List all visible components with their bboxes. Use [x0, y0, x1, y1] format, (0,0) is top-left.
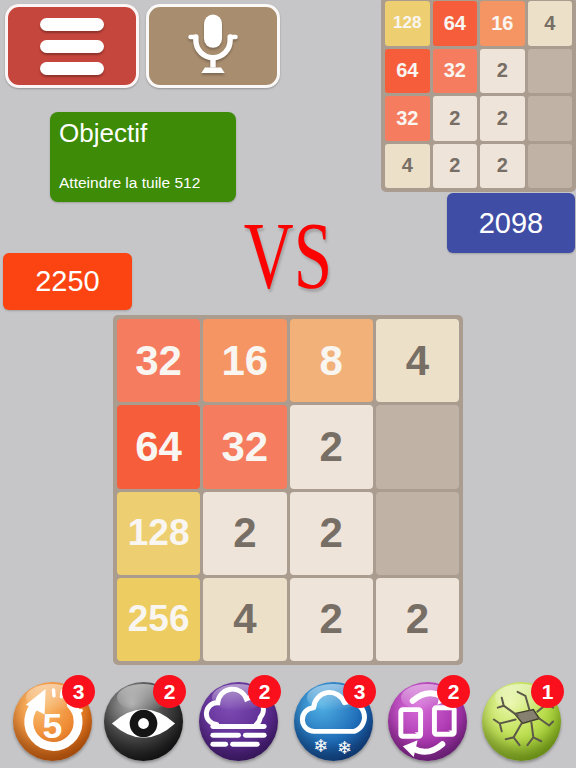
tile-empty	[376, 492, 459, 575]
tile-2: 2	[290, 405, 373, 488]
tile-empty	[528, 96, 573, 141]
vs-label: VS	[244, 208, 332, 304]
tile-256: 256	[117, 578, 200, 661]
powerup-swap-button[interactable]: 2	[388, 682, 467, 761]
tile-64: 64	[117, 405, 200, 488]
tile-empty	[376, 405, 459, 488]
tile-128: 128	[385, 1, 430, 46]
tile-32: 32	[385, 96, 430, 141]
powerup-rewind-5-button[interactable]: 5 3	[13, 682, 92, 761]
powerup-badge: 2	[248, 675, 281, 708]
opponent-board: 12864164643223222422	[381, 0, 576, 192]
tile-2: 2	[203, 492, 286, 575]
game-screen: 12864164643223222422 Objectif Atteindre …	[0, 0, 576, 768]
tile-8: 8	[290, 319, 373, 402]
hamburger-icon	[40, 62, 104, 75]
tile-32: 32	[433, 49, 478, 94]
tile-2: 2	[376, 578, 459, 661]
tile-32: 32	[203, 405, 286, 488]
rewind-count: 5	[43, 706, 63, 746]
tile-4: 4	[385, 144, 430, 189]
hamburger-icon	[40, 18, 104, 31]
tile-2: 2	[433, 144, 478, 189]
objective-title: Objectif	[59, 118, 228, 149]
tile-2: 2	[480, 144, 525, 189]
powerup-badge: 3	[343, 675, 376, 708]
powerup-badge: 3	[62, 675, 95, 708]
powerup-snow-button[interactable]: ❄ ❄ 3	[294, 682, 373, 761]
tile-2: 2	[480, 96, 525, 141]
menu-button[interactable]	[5, 4, 139, 88]
powerup-badge: 2	[437, 675, 470, 708]
tile-64: 64	[385, 49, 430, 94]
player-score-value: 2250	[35, 265, 100, 298]
objective-subtitle: Atteindre la tuile 512	[59, 174, 228, 192]
tile-2: 2	[433, 96, 478, 141]
powerup-badge: 1	[531, 675, 564, 708]
snowflake-icon: ❄	[313, 736, 328, 756]
tile-16: 16	[203, 319, 286, 402]
player-score: 2250	[3, 253, 132, 310]
tile-4: 4	[203, 578, 286, 661]
hamburger-icon	[40, 40, 104, 53]
powerup-badge: 2	[153, 675, 186, 708]
powerup-eye-button[interactable]: 2	[104, 682, 183, 761]
powerup-break-button[interactable]: 1	[482, 682, 561, 761]
opponent-score-value: 2098	[479, 207, 544, 240]
tile-64: 64	[433, 1, 478, 46]
objective-panel: Objectif Atteindre la tuile 512	[50, 112, 236, 202]
tile-empty	[528, 49, 573, 94]
tile-empty	[528, 144, 573, 189]
snowflake-icon: ❄	[337, 738, 352, 758]
tile-32: 32	[117, 319, 200, 402]
microphone-icon	[177, 10, 249, 82]
tile-4: 4	[376, 319, 459, 402]
tile-2: 2	[290, 578, 373, 661]
tile-2: 2	[480, 49, 525, 94]
player-board[interactable]: 3216846432212822256422	[113, 315, 463, 665]
tile-2: 2	[290, 492, 373, 575]
tile-16: 16	[480, 1, 525, 46]
tile-128: 128	[117, 492, 200, 575]
powerup-fog-button[interactable]: 2	[199, 682, 278, 761]
opponent-score: 2098	[447, 193, 575, 253]
tile-4: 4	[528, 1, 573, 46]
microphone-button[interactable]	[146, 4, 280, 88]
